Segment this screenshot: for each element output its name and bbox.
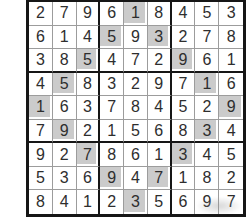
cell-digit: 9: [131, 29, 140, 45]
cell-r5c2[interactable]: 6: [53, 96, 77, 120]
cell-r9c3[interactable]: 1: [77, 190, 101, 214]
cell-r8c7[interactable]: 1: [172, 167, 196, 191]
cell-digit: 6: [83, 170, 92, 186]
cell-r8c9[interactable]: 2: [219, 167, 243, 191]
cell-digit: 1: [83, 194, 92, 210]
cell-digit: 7: [60, 5, 69, 21]
cell-digit: 1: [131, 5, 140, 21]
cell-digit: 6: [131, 147, 140, 163]
cell-r9c5[interactable]: 3: [124, 190, 148, 214]
cell-digit: 4: [202, 147, 211, 163]
cell-r3c9[interactable]: 1: [219, 49, 243, 73]
cell-digit: 9: [36, 147, 45, 163]
cell-r9c1[interactable]: 8: [29, 190, 53, 214]
cell-r2c2[interactable]: 1: [53, 26, 77, 50]
cell-digit: 5: [154, 194, 163, 210]
cell-r5c9[interactable]: 9: [219, 96, 243, 120]
cell-r7c2[interactable]: 2: [53, 143, 77, 167]
cell-digit: 3: [202, 123, 211, 139]
cell-r6c8[interactable]: 3: [195, 120, 219, 144]
cell-digit: 6: [154, 123, 163, 139]
cell-digit: 7: [227, 194, 236, 210]
cell-r6c1[interactable]: 7: [29, 120, 53, 144]
cell-r4c9[interactable]: 6: [219, 73, 243, 97]
cell-digit: 5: [107, 29, 116, 45]
cell-digit: 9: [227, 99, 236, 115]
cell-digit: 7: [107, 99, 116, 115]
cell-r6c5[interactable]: 5: [124, 120, 148, 144]
cell-digit: 3: [179, 147, 188, 163]
cell-r1c4[interactable]: 6: [100, 2, 124, 26]
cell-r7c6[interactable]: 1: [148, 143, 172, 167]
cell-digit: 5: [36, 170, 45, 186]
cell-r7c8[interactable]: 4: [195, 143, 219, 167]
cell-digit: 3: [36, 52, 45, 68]
cell-r8c4[interactable]: 9: [100, 167, 124, 191]
cell-digit: 7: [202, 29, 211, 45]
cell-r5c8[interactable]: 2: [195, 96, 219, 120]
cell-digit: 8: [83, 76, 92, 92]
cell-digit: 5: [202, 5, 211, 21]
cell-r6c4[interactable]: 1: [100, 120, 124, 144]
cell-digit: 8: [179, 123, 188, 139]
cell-r6c9[interactable]: 4: [219, 120, 243, 144]
cell-digit: 2: [202, 99, 211, 115]
cell-digit: 2: [36, 5, 45, 21]
cell-r2c3[interactable]: 4: [77, 26, 101, 50]
cell-digit: 4: [154, 99, 163, 115]
cell-r3c8[interactable]: 6: [195, 49, 219, 73]
cell-digit: 8: [154, 5, 163, 21]
cell-digit: 4: [179, 5, 188, 21]
cell-r2c9[interactable]: 8: [219, 26, 243, 50]
cell-r4c5[interactable]: 2: [124, 73, 148, 97]
cell-r6c7[interactable]: 8: [172, 120, 196, 144]
cell-r6c2[interactable]: 9: [53, 120, 77, 144]
cell-r9c4[interactable]: 2: [100, 190, 124, 214]
cell-r9c9[interactable]: 7: [219, 190, 243, 214]
cell-digit: 2: [179, 29, 188, 45]
cell-r3c6[interactable]: 2: [148, 49, 172, 73]
cell-r1c6[interactable]: 8: [148, 2, 172, 26]
cell-r4c1[interactable]: 4: [29, 73, 53, 97]
cell-digit: 6: [107, 5, 116, 21]
cell-r3c1[interactable]: 3: [29, 49, 53, 73]
cell-digit: 1: [107, 123, 116, 139]
cell-digit: 4: [131, 170, 140, 186]
sudoku-board: 2796184536145932783854729614583297161637…: [26, 0, 246, 217]
cell-digit: 2: [227, 170, 236, 186]
cell-digit: 7: [154, 170, 163, 186]
cell-digit: 3: [131, 194, 140, 210]
cell-r4c8[interactable]: 1: [195, 73, 219, 97]
cell-digit: 6: [227, 76, 236, 92]
cell-digit: 6: [60, 99, 69, 115]
cell-r4c6[interactable]: 9: [148, 73, 172, 97]
cell-r6c6[interactable]: 6: [148, 120, 172, 144]
cell-digit: 1: [154, 147, 163, 163]
cell-r5c3[interactable]: 3: [77, 96, 101, 120]
cell-digit: 6: [202, 52, 211, 68]
cell-r9c8[interactable]: 9: [195, 190, 219, 214]
cell-digit: 7: [83, 147, 92, 163]
cell-digit: 7: [179, 76, 188, 92]
cell-digit: 9: [83, 5, 92, 21]
cell-r2c5[interactable]: 9: [124, 26, 148, 50]
cell-digit: 5: [60, 76, 69, 92]
cell-digit: 9: [202, 194, 211, 210]
cell-r8c8[interactable]: 8: [195, 167, 219, 191]
cell-r4c7[interactable]: 7: [172, 73, 196, 97]
cell-digit: 5: [227, 147, 236, 163]
cell-r9c6[interactable]: 5: [148, 190, 172, 214]
cell-digit: 7: [36, 123, 45, 139]
cell-digit: 3: [227, 5, 236, 21]
cell-r8c2[interactable]: 3: [53, 167, 77, 191]
cell-digit: 8: [131, 99, 140, 115]
cell-digit: 6: [179, 194, 188, 210]
cell-digit: 5: [131, 123, 140, 139]
cell-digit: 4: [36, 76, 45, 92]
cell-digit: 3: [107, 76, 116, 92]
cell-digit: 2: [60, 147, 69, 163]
cell-digit: 9: [154, 76, 163, 92]
cell-r7c3[interactable]: 7: [77, 143, 101, 167]
cell-r7c1[interactable]: 9: [29, 143, 53, 167]
cell-r5c5[interactable]: 8: [124, 96, 148, 120]
cell-digit: 2: [154, 52, 163, 68]
cell-r3c2[interactable]: 8: [53, 49, 77, 73]
cell-r7c5[interactable]: 6: [124, 143, 148, 167]
cell-r1c3[interactable]: 9: [77, 2, 101, 26]
cell-r2c8[interactable]: 7: [195, 26, 219, 50]
cell-digit: 1: [202, 76, 211, 92]
cell-r7c9[interactable]: 5: [219, 143, 243, 167]
cell-digit: 2: [83, 123, 92, 139]
cell-digit: 8: [107, 147, 116, 163]
cell-digit: 4: [83, 29, 92, 45]
cell-digit: 4: [107, 52, 116, 68]
cell-digit: 2: [131, 76, 140, 92]
cell-digit: 5: [83, 52, 92, 68]
cell-r2c4[interactable]: 5: [100, 26, 124, 50]
cell-r4c3[interactable]: 8: [77, 73, 101, 97]
cell-r1c8[interactable]: 5: [195, 2, 219, 26]
cell-digit: 1: [179, 170, 188, 186]
cell-r7c4[interactable]: 8: [100, 143, 124, 167]
cell-r4c2[interactable]: 5: [53, 73, 77, 97]
cell-digit: 5: [179, 99, 188, 115]
cell-digit: 3: [154, 29, 163, 45]
cell-digit: 9: [179, 52, 188, 68]
cell-r5c4[interactable]: 7: [100, 96, 124, 120]
cell-digit: 1: [227, 52, 236, 68]
cell-r5c7[interactable]: 5: [172, 96, 196, 120]
cell-digit: 8: [227, 29, 236, 45]
cell-r9c2[interactable]: 4: [53, 190, 77, 214]
cell-digit: 3: [83, 99, 92, 115]
cell-digit: 9: [60, 123, 69, 139]
cell-r1c9[interactable]: 3: [219, 2, 243, 26]
cell-r1c2[interactable]: 7: [53, 2, 77, 26]
cell-r8c5[interactable]: 4: [124, 167, 148, 191]
cell-digit: 9: [107, 170, 116, 186]
cell-digit: 1: [60, 29, 69, 45]
cell-digit: 1: [36, 99, 45, 115]
cell-r4c4[interactable]: 3: [100, 73, 124, 97]
cell-r3c7[interactable]: 9: [172, 49, 196, 73]
cell-r1c1[interactable]: 2: [29, 2, 53, 26]
cell-digit: 7: [131, 52, 140, 68]
cell-digit: 6: [36, 29, 45, 45]
cell-digit: 8: [60, 52, 69, 68]
cell-digit: 3: [60, 170, 69, 186]
cell-r1c5[interactable]: 1: [124, 2, 148, 26]
cell-r9c7[interactable]: 6: [172, 190, 196, 214]
cell-r3c5[interactable]: 7: [124, 49, 148, 73]
cell-r7c7[interactable]: 3: [172, 143, 196, 167]
cell-r5c1[interactable]: 1: [29, 96, 53, 120]
cell-r8c1[interactable]: 5: [29, 167, 53, 191]
cell-r8c6[interactable]: 7: [148, 167, 172, 191]
cell-digit: 2: [107, 194, 116, 210]
cell-r2c1[interactable]: 6: [29, 26, 53, 50]
cell-digit: 8: [202, 170, 211, 186]
cell-r3c3[interactable]: 5: [77, 49, 101, 73]
cell-r2c7[interactable]: 2: [172, 26, 196, 50]
cell-digit: 8: [36, 194, 45, 210]
cell-r8c3[interactable]: 6: [77, 167, 101, 191]
cell-r1c7[interactable]: 4: [172, 2, 196, 26]
cell-r3c4[interactable]: 4: [100, 49, 124, 73]
cell-r5c6[interactable]: 4: [148, 96, 172, 120]
cell-r6c3[interactable]: 2: [77, 120, 101, 144]
cell-digit: 4: [60, 194, 69, 210]
cell-r2c6[interactable]: 3: [148, 26, 172, 50]
cell-digit: 4: [227, 123, 236, 139]
